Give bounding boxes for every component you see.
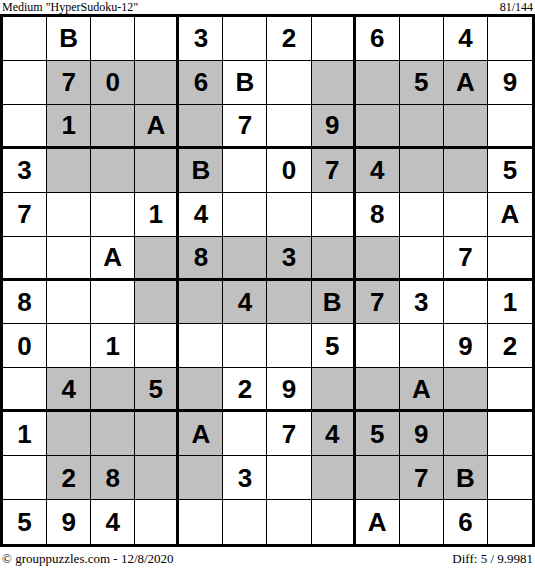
cell-r6c3-given-A: A xyxy=(91,237,135,281)
cell-r10c2-empty[interactable] xyxy=(47,412,91,456)
puzzle-page: Medium "HyperSudoku-12" 81/144 B3264706B… xyxy=(0,0,535,569)
cell-r8c10-empty[interactable] xyxy=(400,324,444,368)
cell-r8c2-empty[interactable] xyxy=(47,324,91,368)
cell-r1c4-empty[interactable] xyxy=(135,17,179,61)
cell-r8c9-empty[interactable] xyxy=(356,324,400,368)
cell-r3c8-given-9: 9 xyxy=(312,105,356,149)
empty-cell-counter: 81/144 xyxy=(500,1,533,13)
cell-r9c1-empty[interactable] xyxy=(3,368,47,412)
cell-r8c7-empty[interactable] xyxy=(267,324,311,368)
cell-r12c7-empty[interactable] xyxy=(267,500,311,544)
cell-r3c9-empty[interactable] xyxy=(356,105,400,149)
cell-r12c8-empty[interactable] xyxy=(312,500,356,544)
cell-r12c6-empty[interactable] xyxy=(223,500,267,544)
cell-r10c1-given-1: 1 xyxy=(3,412,47,456)
cell-r1c3-empty[interactable] xyxy=(91,17,135,61)
cell-r8c3-given-1: 1 xyxy=(91,324,135,368)
cell-r1c11-given-4: 4 xyxy=(444,17,488,61)
cell-r10c5-given-A: A xyxy=(179,412,223,456)
cell-r11c7-empty[interactable] xyxy=(267,456,311,500)
cell-r11c6-given-3: 3 xyxy=(223,456,267,500)
cell-r8c12-given-2: 2 xyxy=(488,324,532,368)
cell-r2c4-empty[interactable] xyxy=(135,61,179,105)
cell-r4c12-given-5: 5 xyxy=(488,149,532,193)
cell-r2c2-given-7: 7 xyxy=(47,61,91,105)
cell-r10c11-empty[interactable] xyxy=(444,412,488,456)
cell-r6c6-empty[interactable] xyxy=(223,237,267,281)
footer: © grouppuzzles.com - 12/8/2020 Diff: 5 /… xyxy=(0,547,535,569)
cell-r10c9-given-5: 5 xyxy=(356,412,400,456)
cell-r7c7-empty[interactable] xyxy=(267,281,311,325)
cell-r2c8-empty[interactable] xyxy=(312,61,356,105)
cell-r4c7-given-0: 0 xyxy=(267,149,311,193)
cell-r6c9-empty[interactable] xyxy=(356,237,400,281)
cell-r4c4-empty[interactable] xyxy=(135,149,179,193)
cell-r1c5-given-3: 3 xyxy=(179,17,223,61)
cell-r3c6-given-7: 7 xyxy=(223,105,267,149)
cell-r3c2-given-1: 1 xyxy=(47,105,91,149)
cell-r2c5-given-6: 6 xyxy=(179,61,223,105)
cell-r6c4-empty[interactable] xyxy=(135,237,179,281)
cell-r5c7-empty[interactable] xyxy=(267,193,311,237)
cell-r2c1-empty[interactable] xyxy=(3,61,47,105)
cell-r5c11-empty[interactable] xyxy=(444,193,488,237)
cell-r9c5-empty[interactable] xyxy=(179,368,223,412)
cell-r12c11-given-6: 6 xyxy=(444,500,488,544)
cell-r9c10-given-A: A xyxy=(400,368,444,412)
cell-r12c12-empty[interactable] xyxy=(488,500,532,544)
cell-r6c5-given-8: 8 xyxy=(179,237,223,281)
cell-r4c9-given-4: 4 xyxy=(356,149,400,193)
cell-r3c12-empty[interactable] xyxy=(488,105,532,149)
cell-r12c2-given-9: 9 xyxy=(47,500,91,544)
cell-r1c2-given-B: B xyxy=(47,17,91,61)
cell-r2c10-given-5: 5 xyxy=(400,61,444,105)
cell-r2c7-empty[interactable] xyxy=(267,61,311,105)
cell-r5c1-given-7: 7 xyxy=(3,193,47,237)
cell-r6c10-empty[interactable] xyxy=(400,237,444,281)
cell-r8c5-empty[interactable] xyxy=(179,324,223,368)
cell-r3c11-empty[interactable] xyxy=(444,105,488,149)
cell-r4c11-empty[interactable] xyxy=(444,149,488,193)
cell-r8c8-given-5: 5 xyxy=(312,324,356,368)
cell-r7c4-empty[interactable] xyxy=(135,281,179,325)
cell-r12c9-given-A: A xyxy=(356,500,400,544)
cell-r3c5-empty[interactable] xyxy=(179,105,223,149)
cell-r5c5-given-4: 4 xyxy=(179,193,223,237)
cell-r4c1-given-3: 3 xyxy=(3,149,47,193)
cell-r12c5-empty[interactable] xyxy=(179,500,223,544)
cell-r7c8-given-B: B xyxy=(312,281,356,325)
cell-r10c10-given-9: 9 xyxy=(400,412,444,456)
cell-r11c1-empty[interactable] xyxy=(3,456,47,500)
cell-r1c1-empty[interactable] xyxy=(3,17,47,61)
cell-r6c11-given-7: 7 xyxy=(444,237,488,281)
cell-r9c7-given-9: 9 xyxy=(267,368,311,412)
cell-r8c4-empty[interactable] xyxy=(135,324,179,368)
cell-r10c7-given-7: 7 xyxy=(267,412,311,456)
cell-r9c9-empty[interactable] xyxy=(356,368,400,412)
cell-r11c9-empty[interactable] xyxy=(356,456,400,500)
cell-r9c6-given-2: 2 xyxy=(223,368,267,412)
puzzle-title: Medium "HyperSudoku-12" xyxy=(2,1,138,13)
cell-r7c10-given-3: 3 xyxy=(400,281,444,325)
cell-r2c3-given-0: 0 xyxy=(91,61,135,105)
cell-r4c8-given-7: 7 xyxy=(312,149,356,193)
cell-r5c3-empty[interactable] xyxy=(91,193,135,237)
cell-r1c7-given-2: 2 xyxy=(267,17,311,61)
sudoku-board: B3264706B5A91A793B07457148AA83784B731015… xyxy=(0,14,535,547)
cell-r5c6-empty[interactable] xyxy=(223,193,267,237)
cell-r3c7-empty[interactable] xyxy=(267,105,311,149)
cell-r11c8-empty[interactable] xyxy=(312,456,356,500)
cell-r2c9-empty[interactable] xyxy=(356,61,400,105)
cell-r11c5-empty[interactable] xyxy=(179,456,223,500)
cell-r9c3-empty[interactable] xyxy=(91,368,135,412)
cell-r10c4-empty[interactable] xyxy=(135,412,179,456)
cell-r9c4-given-5: 5 xyxy=(135,368,179,412)
cell-r6c1-empty[interactable] xyxy=(3,237,47,281)
difficulty-text: Diff: 5 / 9.9981 xyxy=(452,552,533,565)
cell-r1c8-empty[interactable] xyxy=(312,17,356,61)
cell-r5c12-given-A: A xyxy=(488,193,532,237)
cell-r10c12-empty[interactable] xyxy=(488,412,532,456)
cell-r9c11-empty[interactable] xyxy=(444,368,488,412)
cell-r3c1-empty[interactable] xyxy=(3,105,47,149)
cell-r11c12-empty[interactable] xyxy=(488,456,532,500)
cell-r6c12-empty[interactable] xyxy=(488,237,532,281)
cell-r4c10-empty[interactable] xyxy=(400,149,444,193)
cell-r12c1-given-5: 5 xyxy=(3,500,47,544)
cell-r11c11-given-B: B xyxy=(444,456,488,500)
cell-r5c8-empty[interactable] xyxy=(312,193,356,237)
header: Medium "HyperSudoku-12" 81/144 xyxy=(0,0,535,14)
cell-r8c1-given-0: 0 xyxy=(3,324,47,368)
cell-r1c12-empty[interactable] xyxy=(488,17,532,61)
cell-r1c9-given-6: 6 xyxy=(356,17,400,61)
cell-r4c5-given-B: B xyxy=(179,149,223,193)
cell-r9c2-given-4: 4 xyxy=(47,368,91,412)
cell-r4c2-empty[interactable] xyxy=(47,149,91,193)
cell-r4c6-empty[interactable] xyxy=(223,149,267,193)
copyright-text: © grouppuzzles.com - 12/8/2020 xyxy=(2,552,174,565)
cell-r3c10-empty[interactable] xyxy=(400,105,444,149)
cell-r11c2-given-2: 2 xyxy=(47,456,91,500)
cell-r5c9-given-8: 8 xyxy=(356,193,400,237)
cell-r9c12-empty[interactable] xyxy=(488,368,532,412)
cell-r10c3-empty[interactable] xyxy=(91,412,135,456)
cell-r4c3-empty[interactable] xyxy=(91,149,135,193)
cell-r7c12-given-1: 1 xyxy=(488,281,532,325)
cell-r8c6-empty[interactable] xyxy=(223,324,267,368)
cell-r6c7-given-3: 3 xyxy=(267,237,311,281)
cell-r11c4-empty[interactable] xyxy=(135,456,179,500)
cell-r7c2-empty[interactable] xyxy=(47,281,91,325)
cell-r2c6-given-B: B xyxy=(223,61,267,105)
cell-r11c10-given-7: 7 xyxy=(400,456,444,500)
cell-r3c3-empty[interactable] xyxy=(91,105,135,149)
cell-r7c11-empty[interactable] xyxy=(444,281,488,325)
cell-r8c11-given-9: 9 xyxy=(444,324,488,368)
cell-r1c6-empty[interactable] xyxy=(223,17,267,61)
cell-r7c9-given-7: 7 xyxy=(356,281,400,325)
cell-r7c1-given-8: 8 xyxy=(3,281,47,325)
cell-r5c2-empty[interactable] xyxy=(47,193,91,237)
cell-r3c4-given-A: A xyxy=(135,105,179,149)
cell-r5c4-given-1: 1 xyxy=(135,193,179,237)
cell-r5c10-empty[interactable] xyxy=(400,193,444,237)
cell-r7c6-given-4: 4 xyxy=(223,281,267,325)
cell-r11c3-given-8: 8 xyxy=(91,456,135,500)
cell-r2c11-given-A: A xyxy=(444,61,488,105)
cell-r2c12-given-9: 9 xyxy=(488,61,532,105)
cell-r10c6-empty[interactable] xyxy=(223,412,267,456)
cell-r7c5-empty[interactable] xyxy=(179,281,223,325)
cell-r12c3-given-4: 4 xyxy=(91,500,135,544)
cell-r7c3-empty[interactable] xyxy=(91,281,135,325)
cell-r10c8-given-4: 4 xyxy=(312,412,356,456)
cell-r12c10-empty[interactable] xyxy=(400,500,444,544)
cell-r9c8-empty[interactable] xyxy=(312,368,356,412)
cell-r6c8-empty[interactable] xyxy=(312,237,356,281)
cell-r12c4-empty[interactable] xyxy=(135,500,179,544)
cell-r1c10-empty[interactable] xyxy=(400,17,444,61)
cell-r6c2-empty[interactable] xyxy=(47,237,91,281)
